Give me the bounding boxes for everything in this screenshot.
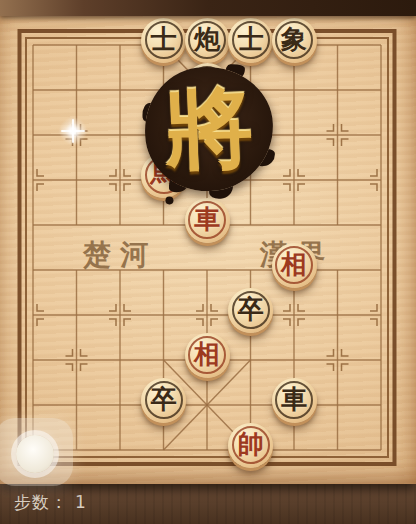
piece-red-general[interactable]: 帥 xyxy=(228,423,273,468)
xiangqi-board[interactable]: 楚河 漢界 士炮士象將象馬車相卒相卒車帥 將 xyxy=(0,16,416,484)
corner-round-button[interactable] xyxy=(0,418,73,486)
piece-character: 卒 xyxy=(238,296,264,322)
piece-black-soldier-advanced[interactable]: 卒 xyxy=(228,288,273,333)
game-screen: 楚河 漢界 士炮士象將象馬車相卒相卒車帥 將 步数： 1 xyxy=(0,0,416,524)
piece-black-soldier-deep[interactable]: 卒 xyxy=(141,378,186,423)
piece-black-advisor-left[interactable]: 士 xyxy=(141,18,186,63)
sparkle-effect-icon xyxy=(59,117,87,145)
piece-character: 相 xyxy=(281,251,307,277)
corner-button-circle-icon xyxy=(16,435,54,473)
piece-character: 車 xyxy=(194,206,220,232)
piece-character: 車 xyxy=(281,386,307,412)
piece-black-advisor-right[interactable]: 士 xyxy=(228,18,273,63)
piece-character: 相 xyxy=(194,341,220,367)
piece-character: 士 xyxy=(238,26,264,52)
table-wood-top xyxy=(0,0,416,16)
check-badge-character: 將 xyxy=(163,68,255,190)
piece-black-chariot[interactable]: 車 xyxy=(272,378,317,423)
piece-character: 士 xyxy=(151,26,177,52)
piece-character: 帥 xyxy=(238,431,264,457)
piece-red-elephant-high[interactable]: 相 xyxy=(272,243,317,288)
piece-character: 卒 xyxy=(151,386,177,412)
piece-red-elephant-center[interactable]: 相 xyxy=(185,333,230,378)
piece-red-chariot[interactable]: 車 xyxy=(185,198,230,243)
piece-black-cannon[interactable]: 炮 xyxy=(185,18,230,63)
piece-character: 象 xyxy=(281,26,307,52)
piece-black-elephant-right[interactable]: 象 xyxy=(272,18,317,63)
piece-character: 炮 xyxy=(194,26,220,52)
